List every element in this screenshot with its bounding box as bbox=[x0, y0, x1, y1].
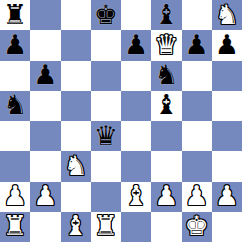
square-d1[interactable]: ♜ bbox=[91, 212, 121, 242]
piece-black-queen[interactable]: ♛ bbox=[94, 122, 118, 149]
square-d4[interactable]: ♛ bbox=[91, 121, 121, 151]
piece-white-knight[interactable]: ♞ bbox=[215, 1, 239, 28]
piece-white-pawn[interactable]: ♟ bbox=[33, 182, 57, 209]
square-h7[interactable]: ♟ bbox=[212, 30, 242, 60]
square-c7[interactable] bbox=[61, 30, 91, 60]
square-c5[interactable] bbox=[61, 91, 91, 121]
square-a2[interactable]: ♟ bbox=[0, 182, 30, 212]
piece-white-pawn[interactable]: ♟ bbox=[3, 182, 27, 209]
piece-white-rook[interactable]: ♜ bbox=[3, 212, 27, 239]
square-h3[interactable] bbox=[212, 151, 242, 181]
square-e4[interactable] bbox=[121, 121, 151, 151]
square-e2[interactable]: ♝ bbox=[121, 182, 151, 212]
square-f4[interactable] bbox=[151, 121, 181, 151]
square-b1[interactable] bbox=[30, 212, 60, 242]
square-d3[interactable] bbox=[91, 151, 121, 181]
square-f7[interactable]: ♛ bbox=[151, 30, 181, 60]
square-a5[interactable]: ♞ bbox=[0, 91, 30, 121]
square-f5[interactable]: ♝ bbox=[151, 91, 181, 121]
square-h4[interactable] bbox=[212, 121, 242, 151]
piece-black-pawn[interactable]: ♟ bbox=[215, 31, 239, 58]
piece-black-knight[interactable]: ♞ bbox=[154, 61, 178, 88]
square-c2[interactable] bbox=[61, 182, 91, 212]
square-c4[interactable] bbox=[61, 121, 91, 151]
square-b8[interactable] bbox=[30, 0, 60, 30]
piece-black-pawn[interactable]: ♟ bbox=[33, 61, 57, 88]
square-e5[interactable] bbox=[121, 91, 151, 121]
square-a7[interactable]: ♟ bbox=[0, 30, 30, 60]
piece-white-bishop[interactable]: ♝ bbox=[64, 212, 88, 239]
square-b6[interactable]: ♟ bbox=[30, 61, 60, 91]
piece-white-queen[interactable]: ♛ bbox=[154, 31, 178, 58]
square-a8[interactable]: ♜ bbox=[0, 0, 30, 30]
square-e8[interactable] bbox=[121, 0, 151, 30]
square-b4[interactable] bbox=[30, 121, 60, 151]
square-e1[interactable] bbox=[121, 212, 151, 242]
square-f3[interactable] bbox=[151, 151, 181, 181]
piece-white-pawn[interactable]: ♟ bbox=[215, 182, 239, 209]
piece-white-rook[interactable]: ♜ bbox=[94, 212, 118, 239]
square-b3[interactable] bbox=[30, 151, 60, 181]
square-f6[interactable]: ♞ bbox=[151, 61, 181, 91]
square-g6[interactable] bbox=[182, 61, 212, 91]
chess-board: ♜♚♝♞♟♟♛♟♟♟♞♞♝♛♞♟♟♝♟♟♟♜♝♜♚ bbox=[0, 0, 242, 242]
square-f1[interactable] bbox=[151, 212, 181, 242]
square-b2[interactable]: ♟ bbox=[30, 182, 60, 212]
square-d6[interactable] bbox=[91, 61, 121, 91]
square-g5[interactable] bbox=[182, 91, 212, 121]
square-f8[interactable]: ♝ bbox=[151, 0, 181, 30]
square-a6[interactable] bbox=[0, 61, 30, 91]
square-h5[interactable] bbox=[212, 91, 242, 121]
square-e3[interactable] bbox=[121, 151, 151, 181]
square-h1[interactable] bbox=[212, 212, 242, 242]
square-c8[interactable] bbox=[61, 0, 91, 30]
piece-white-pawn[interactable]: ♟ bbox=[185, 182, 209, 209]
square-b7[interactable] bbox=[30, 30, 60, 60]
square-a4[interactable] bbox=[0, 121, 30, 151]
square-f2[interactable]: ♟ bbox=[151, 182, 181, 212]
piece-black-king[interactable]: ♚ bbox=[94, 1, 118, 28]
piece-black-knight[interactable]: ♞ bbox=[3, 91, 27, 118]
square-g3[interactable] bbox=[182, 151, 212, 181]
piece-white-king[interactable]: ♚ bbox=[185, 212, 209, 239]
square-a1[interactable]: ♜ bbox=[0, 212, 30, 242]
square-h6[interactable] bbox=[212, 61, 242, 91]
square-a3[interactable] bbox=[0, 151, 30, 181]
square-e7[interactable]: ♟ bbox=[121, 30, 151, 60]
square-g1[interactable]: ♚ bbox=[182, 212, 212, 242]
square-d2[interactable] bbox=[91, 182, 121, 212]
square-c3[interactable]: ♞ bbox=[61, 151, 91, 181]
square-g4[interactable] bbox=[182, 121, 212, 151]
piece-black-pawn[interactable]: ♟ bbox=[185, 31, 209, 58]
piece-white-bishop[interactable]: ♝ bbox=[124, 182, 148, 209]
square-g8[interactable] bbox=[182, 0, 212, 30]
square-g7[interactable]: ♟ bbox=[182, 30, 212, 60]
piece-white-knight[interactable]: ♞ bbox=[64, 152, 88, 179]
piece-black-pawn[interactable]: ♟ bbox=[124, 31, 148, 58]
square-d7[interactable] bbox=[91, 30, 121, 60]
piece-white-pawn[interactable]: ♟ bbox=[154, 182, 178, 209]
square-d5[interactable] bbox=[91, 91, 121, 121]
square-b5[interactable] bbox=[30, 91, 60, 121]
square-g2[interactable]: ♟ bbox=[182, 182, 212, 212]
square-d8[interactable]: ♚ bbox=[91, 0, 121, 30]
piece-black-bishop[interactable]: ♝ bbox=[154, 1, 178, 28]
square-h8[interactable]: ♞ bbox=[212, 0, 242, 30]
piece-black-pawn[interactable]: ♟ bbox=[3, 31, 27, 58]
piece-black-rook[interactable]: ♜ bbox=[3, 1, 27, 28]
square-h2[interactable]: ♟ bbox=[212, 182, 242, 212]
square-c6[interactable] bbox=[61, 61, 91, 91]
square-e6[interactable] bbox=[121, 61, 151, 91]
square-c1[interactable]: ♝ bbox=[61, 212, 91, 242]
piece-black-bishop[interactable]: ♝ bbox=[154, 91, 178, 118]
